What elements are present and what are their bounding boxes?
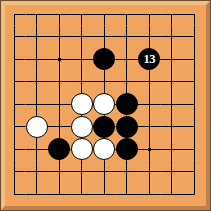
intersection-H9[interactable] [161,3,184,26]
intersection-A4[interactable] [3,116,26,139]
intersection-J2[interactable] [183,161,206,184]
intersection-G6[interactable] [138,71,161,94]
intersection-D9[interactable] [71,3,94,26]
goban-grid: 13 [3,3,206,206]
white-stone-D3 [71,138,93,160]
intersection-B3[interactable] [26,138,49,161]
intersection-D7[interactable] [71,48,94,71]
intersection-E3[interactable] [93,138,116,161]
intersection-A2[interactable] [3,161,26,184]
intersection-C7[interactable] [48,48,71,71]
intersection-J8[interactable] [183,26,206,49]
intersection-J7[interactable] [183,48,206,71]
white-stone-E3 [93,138,115,160]
intersection-A1[interactable] [3,183,26,206]
intersection-B1[interactable] [26,183,49,206]
intersection-E5[interactable] [93,93,116,116]
intersection-C9[interactable] [48,3,71,26]
intersection-J1[interactable] [183,183,206,206]
intersection-G8[interactable] [138,26,161,49]
intersection-B8[interactable] [26,26,49,49]
intersection-F6[interactable] [116,71,139,94]
intersection-J3[interactable] [183,138,206,161]
intersection-E1[interactable] [93,183,116,206]
white-stone-D5 [71,93,93,115]
intersection-B5[interactable] [26,93,49,116]
intersection-F3[interactable] [116,138,139,161]
intersection-C6[interactable] [48,71,71,94]
intersection-B6[interactable] [26,71,49,94]
intersection-A5[interactable] [3,93,26,116]
black-stone-F3 [116,138,138,160]
intersection-G3[interactable] [138,138,161,161]
intersection-F5[interactable] [116,93,139,116]
intersection-J6[interactable] [183,71,206,94]
intersection-H4[interactable] [161,116,184,139]
intersection-C2[interactable] [48,161,71,184]
white-stone-D4 [71,116,93,138]
intersection-D4[interactable] [71,116,94,139]
intersection-C4[interactable] [48,116,71,139]
intersection-G9[interactable] [138,3,161,26]
intersection-F9[interactable] [116,3,139,26]
go-board: 13 [0,0,211,211]
black-stone-E7 [93,48,115,70]
intersection-G1[interactable] [138,183,161,206]
intersection-B7[interactable] [26,48,49,71]
black-stone-F5 [116,93,138,115]
intersection-D5[interactable] [71,93,94,116]
black-stone-F4 [116,116,138,138]
intersection-F7[interactable] [116,48,139,71]
intersection-C5[interactable] [48,93,71,116]
intersection-F8[interactable] [116,26,139,49]
intersection-D8[interactable] [71,26,94,49]
intersection-H1[interactable] [161,183,184,206]
intersection-E7[interactable] [93,48,116,71]
intersection-D6[interactable] [71,71,94,94]
white-stone-B4 [26,116,48,138]
intersection-G2[interactable] [138,161,161,184]
intersection-C3[interactable] [48,138,71,161]
intersection-A8[interactable] [3,26,26,49]
intersection-B2[interactable] [26,161,49,184]
star-point [148,148,151,151]
intersection-H6[interactable] [161,71,184,94]
intersection-A6[interactable] [3,71,26,94]
intersection-J5[interactable] [183,93,206,116]
black-stone-E4 [93,116,115,138]
intersection-D1[interactable] [71,183,94,206]
intersection-E9[interactable] [93,3,116,26]
intersection-A7[interactable] [3,48,26,71]
intersection-H7[interactable] [161,48,184,71]
intersection-E4[interactable] [93,116,116,139]
intersection-J9[interactable] [183,3,206,26]
intersection-H3[interactable] [161,138,184,161]
intersection-C8[interactable] [48,26,71,49]
intersection-A9[interactable] [3,3,26,26]
intersection-F2[interactable] [116,161,139,184]
intersection-E2[interactable] [93,161,116,184]
intersection-B4[interactable] [26,116,49,139]
intersection-A3[interactable] [3,138,26,161]
intersection-F1[interactable] [116,183,139,206]
intersection-B9[interactable] [26,3,49,26]
intersection-D2[interactable] [71,161,94,184]
intersection-G7[interactable]: 13 [138,48,161,71]
star-point [58,58,61,61]
intersection-G4[interactable] [138,116,161,139]
intersection-E8[interactable] [93,26,116,49]
intersection-E6[interactable] [93,71,116,94]
black-stone-C3 [48,138,70,160]
intersection-H8[interactable] [161,26,184,49]
intersection-H2[interactable] [161,161,184,184]
intersection-D3[interactable] [71,138,94,161]
intersection-F4[interactable] [116,116,139,139]
intersection-H5[interactable] [161,93,184,116]
white-stone-E5 [93,93,115,115]
intersection-G5[interactable] [138,93,161,116]
intersection-J4[interactable] [183,116,206,139]
black-stone-G7: 13 [138,48,160,70]
intersection-C1[interactable] [48,183,71,206]
move-number-label: 13 [143,53,155,66]
